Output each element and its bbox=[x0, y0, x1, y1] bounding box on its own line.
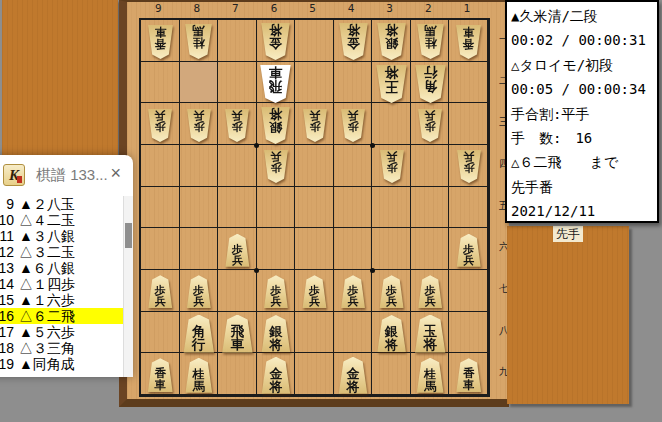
piece-sente-fuhyo-67[interactable]: 歩兵 bbox=[263, 275, 289, 308]
board-square-4-2[interactable] bbox=[334, 62, 373, 104]
gote-komadai[interactable] bbox=[2, 0, 118, 180]
kifu-move-row-19[interactable]: 19▲同角成 bbox=[0, 356, 123, 372]
piece-sente-ginsho-38[interactable]: 銀将 bbox=[376, 315, 407, 352]
board-square-6-6[interactable] bbox=[257, 228, 296, 270]
piece-sente-hisha-78[interactable]: 飛車 bbox=[221, 315, 254, 353]
piece-sente-keima-29[interactable]: 桂馬 bbox=[416, 358, 445, 393]
sente-komadai-label: 先手 bbox=[553, 226, 583, 242]
kifu-window-title: 棋譜 133... bbox=[36, 166, 108, 185]
board-square-7-9[interactable] bbox=[218, 353, 257, 395]
piece-gote-kakugyo-22[interactable]: 角行 bbox=[414, 65, 447, 103]
kifu-move-row-13[interactable]: 13▲６八銀 bbox=[0, 260, 123, 276]
file-label: 4 bbox=[332, 2, 371, 17]
kifu-move-row-17[interactable]: 17▲５六歩 bbox=[0, 324, 123, 340]
close-icon[interactable]: × bbox=[110, 163, 121, 184]
kifu-move-row-16[interactable]: 16△６二飛 bbox=[0, 308, 123, 324]
piece-gote-fuhyo-64[interactable]: 歩兵 bbox=[263, 150, 289, 183]
piece-sente-fuhyo-37[interactable]: 歩兵 bbox=[379, 275, 405, 308]
shogi-app-window: 987654321 一二三四五六七八九 香車桂馬金将金将銀将桂馬香車飛車王将角行… bbox=[0, 0, 662, 422]
hoshi-point bbox=[254, 268, 259, 273]
piece-sente-kinsho-49[interactable]: 金将 bbox=[338, 357, 369, 394]
piece-gote-ginsho-31[interactable]: 銀将 bbox=[376, 23, 407, 60]
file-label: 6 bbox=[255, 2, 294, 17]
piece-sente-fuhyo-47[interactable]: 歩兵 bbox=[340, 275, 366, 308]
piece-sente-fuhyo-16[interactable]: 歩兵 bbox=[456, 234, 482, 267]
board-square-6-5[interactable] bbox=[257, 187, 296, 229]
info-line: △タロイモ/初段 bbox=[511, 53, 657, 77]
piece-gote-fuhyo-43[interactable]: 歩兵 bbox=[340, 109, 366, 142]
kifu-move-row-14[interactable]: 14△１四歩 bbox=[0, 276, 123, 292]
info-line: ▲久米清/二段 bbox=[511, 4, 657, 28]
board-square-1-7[interactable] bbox=[449, 270, 488, 312]
scrollbar-thumb[interactable] bbox=[125, 223, 132, 248]
kifu-move-row-12[interactable]: 12△３二玉 bbox=[0, 244, 123, 260]
piece-gote-fuhyo-23[interactable]: 歩兵 bbox=[417, 109, 443, 142]
piece-sente-fuhyo-27[interactable]: 歩兵 bbox=[417, 275, 443, 308]
board-square-1-2[interactable] bbox=[449, 62, 488, 104]
piece-sente-kinsho-69[interactable]: 金将 bbox=[260, 357, 291, 394]
piece-sente-kyosha-19[interactable]: 香車 bbox=[455, 358, 482, 392]
piece-sente-ginsho-68[interactable]: 銀将 bbox=[260, 315, 291, 352]
hoshi-point bbox=[254, 143, 259, 148]
board-square-7-5[interactable] bbox=[218, 187, 257, 229]
file-label: 7 bbox=[216, 2, 255, 17]
hoshi-point bbox=[370, 268, 375, 273]
piece-gote-kinsho-41[interactable]: 金将 bbox=[338, 23, 369, 60]
board-square-2-6[interactable] bbox=[411, 228, 450, 270]
board-grid: 香車桂馬金将金将銀将桂馬香車飛車王将角行歩兵歩兵歩兵銀将歩兵歩兵歩兵歩兵歩兵歩兵… bbox=[139, 18, 490, 397]
file-label: 3 bbox=[370, 2, 409, 17]
board-square-7-7[interactable] bbox=[218, 270, 257, 312]
piece-gote-kyosha-11[interactable]: 香車 bbox=[455, 25, 482, 59]
board-square-9-5[interactable] bbox=[141, 187, 180, 229]
board-square-1-5[interactable] bbox=[449, 187, 488, 229]
kifu-window: K 棋譜 133... × 9▲２八玉10△４二玉11▲３八銀12△３二玉13▲… bbox=[0, 155, 133, 377]
file-labels: 987654321 bbox=[139, 2, 486, 17]
board-square-4-5[interactable] bbox=[334, 187, 373, 229]
board-square-7-2[interactable] bbox=[218, 62, 257, 104]
file-label: 5 bbox=[293, 2, 332, 17]
piece-gote-osho-32[interactable]: 王将 bbox=[375, 65, 408, 103]
piece-sente-fuhyo-87[interactable]: 歩兵 bbox=[186, 275, 212, 308]
piece-sente-keima-89[interactable]: 桂馬 bbox=[184, 358, 213, 393]
red-seal-icon bbox=[17, 176, 22, 183]
piece-sente-gyokusho-28[interactable]: 玉将 bbox=[414, 315, 447, 353]
board-square-4-4[interactable] bbox=[334, 145, 373, 187]
board-square-5-2[interactable] bbox=[295, 62, 334, 104]
board-square-3-3[interactable] bbox=[372, 103, 411, 145]
game-info-panel: ▲久米清/二段00:02 / 00:00:31△タロイモ/初段00:05 / 0… bbox=[505, 0, 659, 223]
sente-komadai[interactable]: 先手 bbox=[507, 226, 629, 404]
info-line: 手 数: 16 bbox=[511, 126, 657, 150]
board-square-8-4[interactable] bbox=[180, 145, 219, 187]
board-square-9-8[interactable] bbox=[141, 312, 180, 354]
info-line: △６二飛 まで bbox=[511, 150, 657, 174]
piece-gote-fuhyo-14[interactable]: 歩兵 bbox=[456, 150, 482, 183]
board-square-9-6[interactable] bbox=[141, 228, 180, 270]
info-line: 2021/12/11 bbox=[511, 199, 657, 223]
piece-gote-kyosha-91[interactable]: 香車 bbox=[147, 25, 174, 59]
kifu-move-row-15[interactable]: 15▲１六歩 bbox=[0, 292, 123, 308]
board-square-3-6[interactable] bbox=[372, 228, 411, 270]
piece-sente-kakugyo-88[interactable]: 角行 bbox=[182, 315, 215, 353]
board-square-5-5[interactable] bbox=[295, 187, 334, 229]
hoshi-point bbox=[370, 143, 375, 148]
piece-sente-fuhyo-57[interactable]: 歩兵 bbox=[302, 275, 328, 308]
board-square-8-6[interactable] bbox=[180, 228, 219, 270]
piece-gote-keima-81[interactable]: 桂馬 bbox=[184, 24, 213, 59]
file-label: 9 bbox=[139, 2, 178, 17]
piece-gote-fuhyo-53[interactable]: 歩兵 bbox=[302, 109, 328, 142]
board-square-5-9[interactable] bbox=[295, 353, 334, 395]
kifu-move-row-11[interactable]: 11▲３八銀 bbox=[0, 228, 123, 244]
board-square-9-2[interactable] bbox=[141, 62, 180, 104]
board-square-4-8[interactable] bbox=[334, 312, 373, 354]
kifu-move-row-9[interactable]: 9▲２八玉 bbox=[0, 196, 123, 212]
piece-gote-ginsho-63[interactable]: 銀将 bbox=[260, 107, 291, 144]
board-square-5-6[interactable] bbox=[295, 228, 334, 270]
piece-gote-keima-21[interactable]: 桂馬 bbox=[416, 24, 445, 59]
piece-gote-fuhyo-34[interactable]: 歩兵 bbox=[379, 150, 405, 183]
shogi-board: 987654321 一二三四五六七八九 香車桂馬金将金将銀将桂馬香車飛車王将角行… bbox=[119, 0, 509, 407]
board-square-7-1[interactable] bbox=[218, 20, 257, 62]
kifu-titlebar[interactable]: K 棋譜 133... × bbox=[0, 155, 133, 195]
board-square-2-4[interactable] bbox=[411, 145, 450, 187]
piece-sente-fuhyo-76[interactable]: 歩兵 bbox=[224, 234, 250, 267]
info-line: 00:02 / 00:00:31 bbox=[511, 28, 657, 52]
kifu-move-row-10[interactable]: 10△４二玉 bbox=[0, 212, 123, 228]
board-square-4-6[interactable] bbox=[334, 228, 373, 270]
board-square-8-2[interactable] bbox=[180, 62, 219, 104]
board-square-5-8[interactable] bbox=[295, 312, 334, 354]
board-square-9-4[interactable] bbox=[141, 145, 180, 187]
board-square-1-3[interactable] bbox=[449, 103, 488, 145]
piece-sente-kyosha-99[interactable]: 香車 bbox=[147, 358, 174, 392]
board-square-3-5[interactable] bbox=[372, 187, 411, 229]
kifu-app-icon: K bbox=[3, 164, 25, 186]
board-square-1-8[interactable] bbox=[449, 312, 488, 354]
piece-gote-fuhyo-83[interactable]: 歩兵 bbox=[186, 109, 212, 142]
info-line: 手合割:平手 bbox=[511, 102, 657, 126]
board-square-2-5[interactable] bbox=[411, 187, 450, 229]
board-square-5-1[interactable] bbox=[295, 20, 334, 62]
board-square-7-4[interactable] bbox=[218, 145, 257, 187]
piece-gote-fuhyo-73[interactable]: 歩兵 bbox=[224, 109, 250, 142]
board-square-3-9[interactable] bbox=[372, 353, 411, 395]
scrollbar-track[interactable] bbox=[123, 196, 133, 377]
kifu-move-row-18[interactable]: 18△３三角 bbox=[0, 340, 123, 356]
info-line: 00:05 / 00:00:34 bbox=[511, 77, 657, 101]
board-square-8-5[interactable] bbox=[180, 187, 219, 229]
piece-sente-fuhyo-97[interactable]: 歩兵 bbox=[147, 275, 173, 308]
piece-gote-fuhyo-93[interactable]: 歩兵 bbox=[147, 109, 173, 142]
board-square-5-4[interactable] bbox=[295, 145, 334, 187]
file-label: 1 bbox=[448, 2, 487, 17]
info-line: 先手番 bbox=[511, 175, 657, 199]
move-list: 9▲２八玉10△４二玉11▲３八銀12△３二玉13▲６八銀14△１四歩15▲１六… bbox=[0, 196, 123, 377]
piece-gote-hisha-62[interactable]: 飛車 bbox=[259, 65, 292, 103]
file-label: 2 bbox=[409, 2, 448, 17]
file-label: 8 bbox=[178, 2, 217, 17]
piece-gote-kinsho-61[interactable]: 金将 bbox=[260, 23, 291, 60]
